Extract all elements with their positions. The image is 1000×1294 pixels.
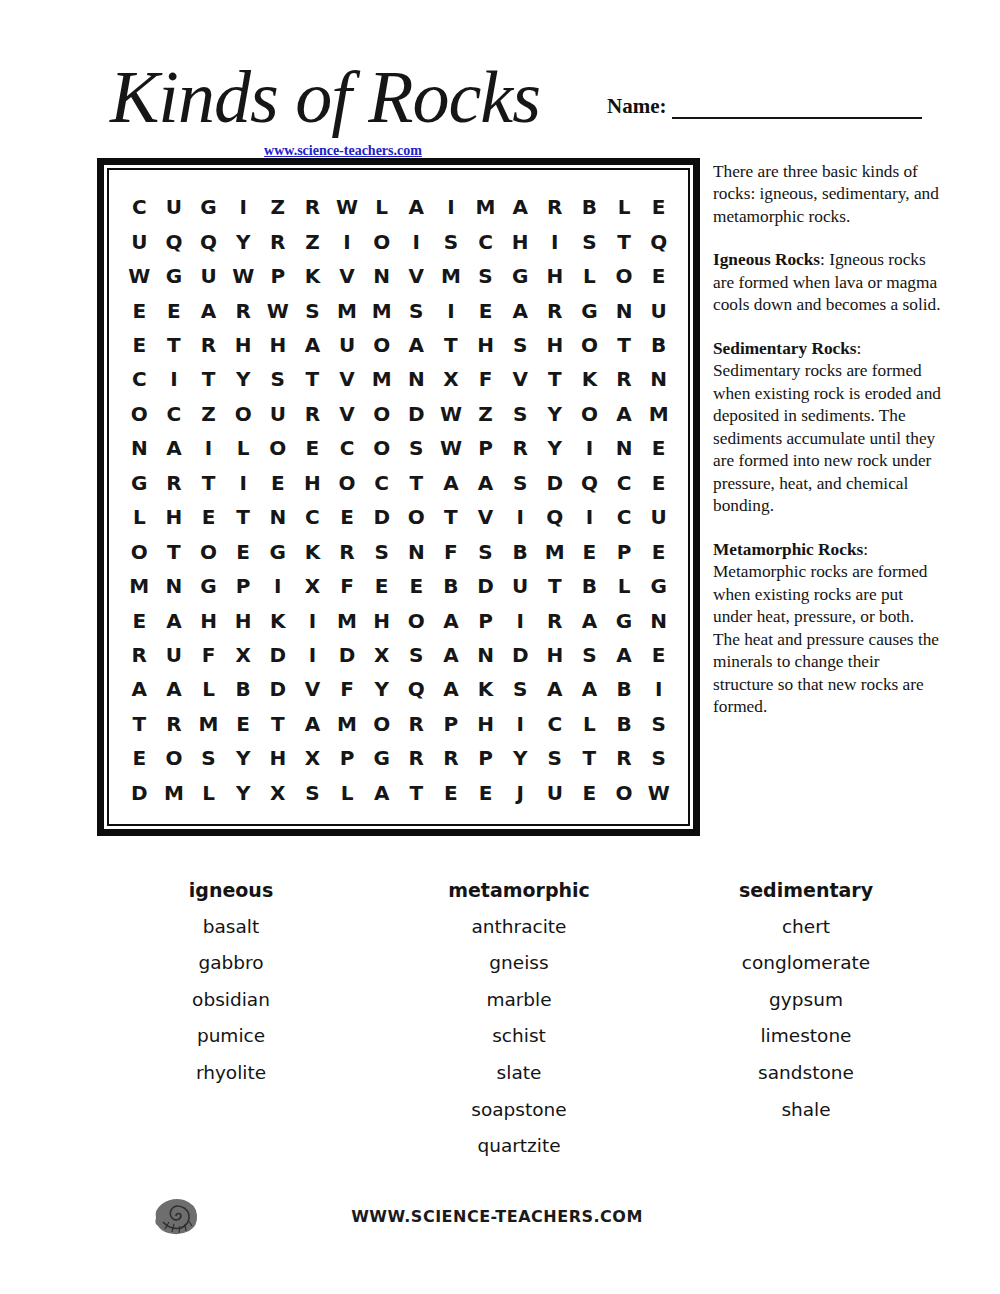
grid-cell: E — [468, 776, 503, 810]
word-item: limestone — [686, 1018, 926, 1055]
word-item: chert — [686, 909, 926, 946]
grid-cell: F — [468, 362, 503, 396]
grid-cell: D — [399, 397, 434, 431]
grid-cell: A — [434, 672, 469, 706]
grid-cell: N — [122, 431, 157, 465]
grid-cell: B — [607, 707, 642, 741]
grid-cell: S — [399, 638, 434, 672]
grid-cell: I — [503, 707, 538, 741]
grid-cell: H — [468, 328, 503, 362]
word-item: pumice — [111, 1018, 351, 1055]
grid-cell: A — [295, 707, 330, 741]
grid-cell: P — [468, 741, 503, 775]
grid-cell: K — [295, 534, 330, 568]
grid-cell: D — [122, 776, 157, 810]
word-item: shale — [686, 1092, 926, 1129]
grid-cell: F — [434, 534, 469, 568]
grid-cell: G — [641, 569, 676, 603]
grid-cell: I — [503, 603, 538, 637]
grid-cell: T — [261, 707, 296, 741]
grid-cell: G — [364, 741, 399, 775]
page-title: Kinds of Rocks — [110, 60, 540, 134]
grid-cell: A — [572, 603, 607, 637]
word-item: slate — [399, 1055, 639, 1092]
grid-cell: R — [295, 190, 330, 224]
word-item: soapstone — [399, 1092, 639, 1129]
grid-cell: T — [295, 362, 330, 396]
grid-cell: C — [607, 500, 642, 534]
grid-cell: O — [364, 707, 399, 741]
rock-info-column: There are three basic kinds of rocks: ig… — [713, 161, 941, 740]
grid-cell: N — [157, 569, 192, 603]
grid-cell: U — [538, 776, 573, 810]
grid-cell: O — [572, 397, 607, 431]
grid-cell: C — [468, 224, 503, 258]
grid-cell: B — [434, 569, 469, 603]
grid-cell: D — [503, 638, 538, 672]
grid-cell: S — [503, 397, 538, 431]
grid-cell: S — [572, 224, 607, 258]
grid-cell: F — [191, 638, 226, 672]
grid-cell: C — [607, 466, 642, 500]
grid-cell: L — [572, 707, 607, 741]
grid-cell: E — [330, 500, 365, 534]
grid-cell: S — [434, 224, 469, 258]
grid-cell: X — [261, 776, 296, 810]
grid-cell: Q — [572, 466, 607, 500]
grid-cell: H — [157, 500, 192, 534]
grid-cell: E — [572, 534, 607, 568]
grid-cell: T — [226, 500, 261, 534]
grid-cell: O — [399, 500, 434, 534]
grid-cell: M — [157, 776, 192, 810]
grid-cell: R — [503, 431, 538, 465]
grid-cell: I — [399, 224, 434, 258]
grid-cell: G — [503, 259, 538, 293]
word-search-inner-border: CUGIZRWLAIMARBLEUQQYRZIOISCHISTQWGUWPKVN… — [107, 168, 690, 826]
grid-cell: R — [295, 397, 330, 431]
grid-cell: E — [641, 638, 676, 672]
grid-cell: E — [641, 431, 676, 465]
grid-cell: H — [226, 603, 261, 637]
grid-cell: V — [330, 397, 365, 431]
grid-cell: U — [641, 293, 676, 327]
grid-cell: H — [538, 328, 573, 362]
grid-cell: M — [538, 534, 573, 568]
grid-cell: I — [191, 431, 226, 465]
grid-cell: O — [607, 776, 642, 810]
grid-cell: H — [503, 224, 538, 258]
grid-cell: V — [468, 500, 503, 534]
grid-cell: O — [157, 741, 192, 775]
word-search-grid: CUGIZRWLAIMARBLEUQQYRZIOISCHISTQWGUWPKVN… — [122, 190, 676, 810]
grid-cell: E — [226, 707, 261, 741]
grid-cell: R — [122, 638, 157, 672]
grid-cell: M — [364, 362, 399, 396]
grid-cell: H — [538, 638, 573, 672]
science-teachers-link[interactable]: www.science-teachers.com — [213, 143, 473, 159]
word-item: obsidian — [111, 982, 351, 1019]
grid-cell: H — [261, 741, 296, 775]
grid-cell: T — [607, 224, 642, 258]
grid-cell: L — [191, 776, 226, 810]
name-block: Name: — [607, 94, 922, 119]
grid-cell: O — [122, 534, 157, 568]
word-list-igneous: igneous basaltgabbroobsidianpumicerhyoli… — [111, 872, 351, 1092]
grid-cell: D — [538, 466, 573, 500]
grid-cell: D — [261, 672, 296, 706]
grid-cell: A — [399, 190, 434, 224]
grid-cell: E — [364, 569, 399, 603]
grid-cell: W — [434, 397, 469, 431]
grid-cell: I — [261, 569, 296, 603]
grid-cell: A — [538, 672, 573, 706]
grid-cell: E — [157, 293, 192, 327]
grid-cell: G — [191, 190, 226, 224]
word-item: schist — [399, 1018, 639, 1055]
grid-cell: A — [157, 672, 192, 706]
grid-cell: H — [261, 328, 296, 362]
grid-cell: T — [434, 328, 469, 362]
grid-cell: O — [364, 224, 399, 258]
grid-cell: I — [538, 224, 573, 258]
grid-cell: I — [157, 362, 192, 396]
grid-cell: A — [572, 672, 607, 706]
grid-cell: X — [295, 569, 330, 603]
grid-cell: R — [261, 224, 296, 258]
grid-cell: O — [261, 431, 296, 465]
grid-cell: X — [295, 741, 330, 775]
grid-cell: S — [468, 259, 503, 293]
grid-cell: L — [572, 259, 607, 293]
sedimentary-heading: Sedimentary Rocks — [713, 339, 857, 358]
grid-cell: T — [157, 534, 192, 568]
grid-cell: W — [226, 259, 261, 293]
grid-cell: Q — [538, 500, 573, 534]
grid-cell: C — [364, 466, 399, 500]
grid-cell: T — [399, 776, 434, 810]
word-item: gabbro — [111, 945, 351, 982]
grid-cell: S — [503, 328, 538, 362]
grid-cell: A — [434, 466, 469, 500]
grid-cell: Y — [226, 362, 261, 396]
grid-cell: S — [641, 707, 676, 741]
grid-cell: Y — [538, 397, 573, 431]
grid-cell: Y — [364, 672, 399, 706]
grid-cell: U — [157, 190, 192, 224]
grid-cell: E — [641, 259, 676, 293]
grid-cell: A — [434, 603, 469, 637]
grid-cell: I — [641, 672, 676, 706]
grid-cell: S — [572, 638, 607, 672]
grid-cell: M — [364, 293, 399, 327]
grid-cell: R — [538, 190, 573, 224]
grid-cell: C — [157, 397, 192, 431]
grid-cell: C — [122, 362, 157, 396]
grid-cell: K — [468, 672, 503, 706]
grid-cell: S — [261, 362, 296, 396]
grid-cell: O — [364, 328, 399, 362]
sedimentary-body: : Sedimentary rocks are formed when exis… — [713, 339, 941, 515]
grid-cell: U — [191, 259, 226, 293]
grid-cell: R — [607, 362, 642, 396]
grid-cell: P — [261, 259, 296, 293]
grid-cell: O — [226, 397, 261, 431]
grid-cell: D — [468, 569, 503, 603]
grid-cell: D — [261, 638, 296, 672]
grid-cell: T — [434, 500, 469, 534]
grid-cell: T — [538, 362, 573, 396]
grid-cell: T — [122, 707, 157, 741]
grid-cell: U — [330, 328, 365, 362]
grid-cell: C — [330, 431, 365, 465]
grid-cell: P — [330, 741, 365, 775]
name-blank-line — [672, 97, 922, 119]
grid-cell: Q — [641, 224, 676, 258]
grid-cell: A — [434, 638, 469, 672]
grid-cell: V — [503, 362, 538, 396]
grid-cell: X — [226, 638, 261, 672]
grid-cell: K — [572, 362, 607, 396]
grid-cell: L — [330, 776, 365, 810]
grid-cell: O — [364, 397, 399, 431]
grid-cell: L — [191, 672, 226, 706]
grid-cell: R — [434, 741, 469, 775]
grid-cell: W — [261, 293, 296, 327]
grid-cell: Y — [503, 741, 538, 775]
grid-cell: Z — [191, 397, 226, 431]
grid-cell: I — [572, 431, 607, 465]
grid-cell: O — [330, 466, 365, 500]
grid-cell: A — [122, 672, 157, 706]
sedimentary-paragraph: Sedimentary Rocks: Sedimentary rocks are… — [713, 338, 941, 518]
word-list-metamorphic: metamorphic anthracitegneissmarbleschist… — [399, 872, 639, 1165]
grid-cell: W — [122, 259, 157, 293]
grid-cell: E — [295, 431, 330, 465]
grid-cell: E — [641, 190, 676, 224]
grid-cell: A — [191, 293, 226, 327]
grid-cell: F — [330, 672, 365, 706]
grid-cell: R — [607, 741, 642, 775]
grid-cell: A — [295, 328, 330, 362]
grid-cell: G — [607, 603, 642, 637]
word-item: basalt — [111, 909, 351, 946]
word-list-heading: metamorphic — [399, 872, 639, 909]
grid-cell: L — [364, 190, 399, 224]
grid-cell: C — [122, 190, 157, 224]
grid-cell: U — [261, 397, 296, 431]
grid-cell: Z — [261, 190, 296, 224]
grid-cell: L — [607, 569, 642, 603]
grid-cell: Q — [191, 224, 226, 258]
grid-cell: N — [399, 362, 434, 396]
grid-cell: E — [641, 534, 676, 568]
grid-cell: A — [364, 776, 399, 810]
grid-cell: E — [434, 776, 469, 810]
grid-cell: A — [468, 466, 503, 500]
grid-cell: O — [607, 259, 642, 293]
grid-cell: N — [399, 534, 434, 568]
grid-cell: A — [157, 431, 192, 465]
grid-cell: P — [434, 707, 469, 741]
grid-cell: P — [607, 534, 642, 568]
grid-cell: H — [191, 603, 226, 637]
grid-cell: R — [399, 707, 434, 741]
grid-cell: S — [503, 466, 538, 500]
grid-cell: W — [330, 190, 365, 224]
word-item: anthracite — [399, 909, 639, 946]
grid-cell: S — [364, 534, 399, 568]
grid-cell: Q — [157, 224, 192, 258]
grid-cell: E — [122, 741, 157, 775]
grid-cell: G — [122, 466, 157, 500]
grid-cell: R — [538, 603, 573, 637]
grid-cell: I — [295, 638, 330, 672]
grid-cell: D — [364, 500, 399, 534]
word-search-board: CUGIZRWLAIMARBLEUQQYRZIOISCHISTQWGUWPKVN… — [97, 158, 700, 836]
grid-cell: I — [330, 224, 365, 258]
grid-cell: U — [157, 638, 192, 672]
grid-cell: S — [399, 293, 434, 327]
grid-cell: N — [607, 431, 642, 465]
grid-cell: H — [226, 328, 261, 362]
grid-cell: P — [468, 603, 503, 637]
grid-cell: Z — [468, 397, 503, 431]
word-item: marble — [399, 982, 639, 1019]
grid-cell: E — [122, 293, 157, 327]
grid-cell: O — [364, 431, 399, 465]
grid-cell: S — [399, 431, 434, 465]
grid-cell: M — [330, 293, 365, 327]
grid-cell: M — [330, 603, 365, 637]
grid-cell: T — [607, 328, 642, 362]
grid-cell: C — [538, 707, 573, 741]
grid-cell: J — [503, 776, 538, 810]
grid-cell: R — [157, 707, 192, 741]
grid-cell: R — [191, 328, 226, 362]
grid-cell: S — [641, 741, 676, 775]
grid-cell: M — [434, 259, 469, 293]
word-item: gypsum — [686, 982, 926, 1019]
grid-cell: F — [330, 569, 365, 603]
grid-cell: S — [295, 293, 330, 327]
word-item: rhyolite — [111, 1055, 351, 1092]
word-item: sandstone — [686, 1055, 926, 1092]
grid-cell: O — [572, 328, 607, 362]
grid-cell: X — [364, 638, 399, 672]
grid-cell: Y — [226, 741, 261, 775]
grid-cell: L — [607, 190, 642, 224]
grid-cell: H — [538, 259, 573, 293]
grid-cell: P — [226, 569, 261, 603]
grid-cell: E — [572, 776, 607, 810]
grid-cell: T — [191, 466, 226, 500]
grid-cell: E — [399, 569, 434, 603]
word-item: conglomerate — [686, 945, 926, 982]
grid-cell: S — [503, 672, 538, 706]
grid-cell: G — [261, 534, 296, 568]
grid-cell: E — [226, 534, 261, 568]
grid-cell: T — [538, 569, 573, 603]
grid-cell: I — [503, 500, 538, 534]
igneous-heading: Igneous Rocks — [713, 250, 820, 269]
word-item: quartzite — [399, 1128, 639, 1165]
grid-cell: A — [503, 190, 538, 224]
intro-paragraph: There are three basic kinds of rocks: ig… — [713, 161, 941, 228]
grid-cell: B — [641, 328, 676, 362]
grid-cell: I — [295, 603, 330, 637]
grid-cell: B — [572, 190, 607, 224]
grid-cell: H — [295, 466, 330, 500]
grid-cell: U — [641, 500, 676, 534]
grid-cell: U — [503, 569, 538, 603]
grid-cell: A — [157, 603, 192, 637]
grid-cell: E — [191, 500, 226, 534]
grid-cell: Z — [295, 224, 330, 258]
grid-cell: M — [468, 190, 503, 224]
name-label: Name: — [607, 94, 666, 119]
grid-cell: E — [468, 293, 503, 327]
grid-cell: N — [641, 603, 676, 637]
grid-cell: H — [468, 707, 503, 741]
grid-cell: N — [468, 638, 503, 672]
grid-cell: N — [641, 362, 676, 396]
grid-cell: N — [607, 293, 642, 327]
grid-cell: R — [226, 293, 261, 327]
grid-cell: E — [122, 603, 157, 637]
footer-site-text: WWW.SCIENCE-TEACHERS.COM — [347, 1207, 647, 1226]
grid-cell: B — [226, 672, 261, 706]
grid-cell: W — [434, 431, 469, 465]
grid-cell: I — [434, 190, 469, 224]
grid-cell: K — [295, 259, 330, 293]
grid-cell: Y — [226, 776, 261, 810]
grid-cell: A — [607, 638, 642, 672]
grid-cell: O — [191, 534, 226, 568]
grid-cell: T — [572, 741, 607, 775]
grid-cell: I — [434, 293, 469, 327]
grid-cell: Q — [399, 672, 434, 706]
grid-cell: R — [399, 741, 434, 775]
word-list-sedimentary: sedimentary chertconglomerategypsumlimes… — [686, 872, 926, 1128]
grid-cell: S — [468, 534, 503, 568]
grid-cell: A — [607, 397, 642, 431]
grid-cell: S — [538, 741, 573, 775]
grid-cell: S — [191, 741, 226, 775]
metamorphic-heading: Metamorphic Rocks — [713, 540, 863, 559]
grid-cell: T — [191, 362, 226, 396]
word-list-heading: igneous — [111, 872, 351, 909]
grid-cell: E — [641, 466, 676, 500]
grid-cell: I — [226, 190, 261, 224]
grid-cell: O — [399, 603, 434, 637]
grid-cell: C — [295, 500, 330, 534]
metamorphic-body: : Metamorphic rocks are formed when exis… — [713, 540, 939, 716]
grid-cell: G — [572, 293, 607, 327]
metamorphic-paragraph: Metamorphic Rocks: Metamorphic rocks are… — [713, 539, 941, 719]
grid-cell: W — [641, 776, 676, 810]
grid-cell: S — [295, 776, 330, 810]
grid-cell: R — [538, 293, 573, 327]
grid-cell: L — [226, 431, 261, 465]
grid-cell: B — [572, 569, 607, 603]
grid-cell: M — [191, 707, 226, 741]
grid-cell: K — [261, 603, 296, 637]
grid-cell: B — [607, 672, 642, 706]
grid-cell: D — [330, 638, 365, 672]
grid-cell: X — [434, 362, 469, 396]
grid-cell: V — [330, 362, 365, 396]
